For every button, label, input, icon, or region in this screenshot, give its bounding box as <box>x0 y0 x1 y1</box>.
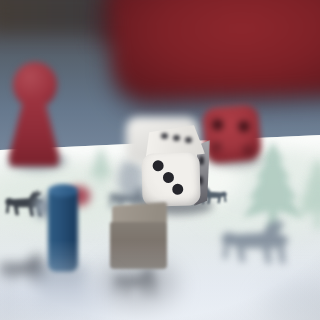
photo-canvas <box>0 0 320 320</box>
white-die-front-face-showing-three <box>141 152 200 207</box>
grey-smudge-behind-die <box>118 160 144 198</box>
white-die-front-pip <box>172 184 183 195</box>
game-box-blurred <box>110 0 320 100</box>
red-pawn <box>8 62 60 166</box>
red-die <box>202 104 263 165</box>
white-die-front-pip <box>152 160 163 171</box>
blue-cylinder-top <box>48 184 78 197</box>
red-die-pip <box>238 120 250 132</box>
white-die-side-pip <box>199 156 204 165</box>
white-die-top-pip <box>185 137 192 143</box>
white-die-front-pip <box>163 172 174 183</box>
red-die-pip <box>242 144 254 156</box>
red-die-pip <box>212 119 224 131</box>
white-die-top-pip <box>161 133 168 139</box>
red-pawn-body <box>9 98 59 166</box>
red-die-pip <box>211 141 223 153</box>
foreground-bokeh-wash <box>0 240 320 320</box>
white-die-top-pip <box>173 135 180 141</box>
